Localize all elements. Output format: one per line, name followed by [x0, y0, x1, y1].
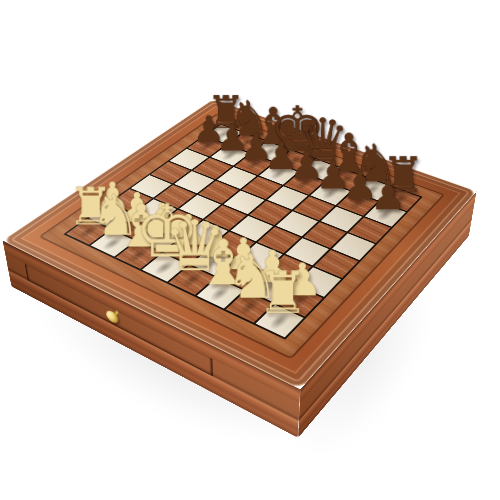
chess-box: ♜♞♟♝♟♚♟♛♟♝♟♞♟♜♟♟♟♟♜♟♞♟♝♟♚♟♛♟♝♟♞♜ — [3, 99, 477, 389]
piece-white-rook: ♜ — [231, 264, 335, 322]
piece-black-pawn: ♟ — [343, 175, 433, 215]
product-photo-scene: ♜♞♟♝♟♚♟♛♟♝♟♞♟♜♟♟♟♟♜♟♞♟♝♟♚♟♛♟♝♟♞♜ — [0, 0, 500, 500]
board-top: ♜♞♟♝♟♚♟♛♟♝♟♞♟♜♟♟♟♟♜♟♞♟♝♟♚♟♛♟♝♟♞♜ — [3, 99, 477, 389]
